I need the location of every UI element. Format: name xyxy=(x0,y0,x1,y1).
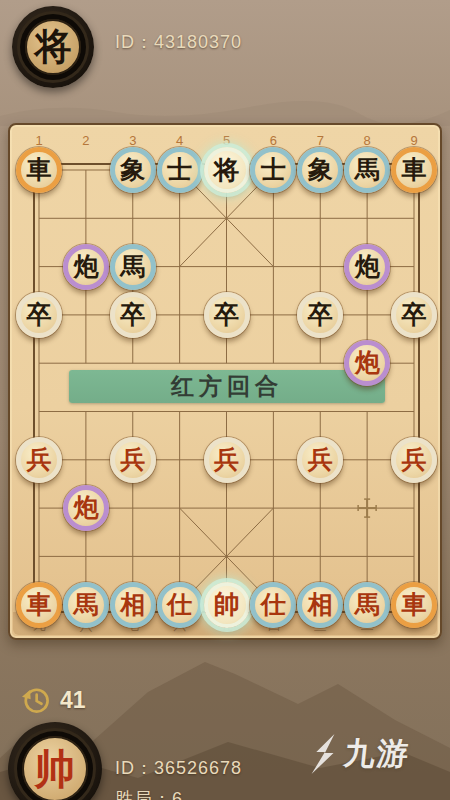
piece-red-advisor[interactable]: 仕 xyxy=(157,582,203,628)
piece-red-pawn[interactable]: 兵 xyxy=(16,437,62,483)
piece-glyph: 相 xyxy=(308,592,333,617)
turn-banner-text: 红方回合 xyxy=(171,371,283,402)
piece-black-rook[interactable]: 車 xyxy=(16,147,62,193)
clock-history-icon xyxy=(20,684,52,716)
piece-glyph: 車 xyxy=(27,157,52,182)
black-avatar-piece-glyph: 将 xyxy=(35,22,72,72)
piece-glyph: 士 xyxy=(261,157,286,182)
app-screen: { "game": "xiangqi (Chinese chess)", "po… xyxy=(0,0,450,800)
timer-value: 41 xyxy=(60,687,86,714)
piece-red-pawn[interactable]: 兵 xyxy=(110,437,156,483)
piece-glyph: 卒 xyxy=(120,302,145,327)
piece-glyph: 馬 xyxy=(120,254,145,279)
piece-glyph: 車 xyxy=(402,592,427,617)
xiangqi-board[interactable]: 123456789 九八七六五四三二一 红方回合 車象士将士象馬車炮馬炮卒卒卒卒… xyxy=(8,123,442,640)
niugame-logo-text: 九游 xyxy=(342,733,412,775)
piece-glyph: 象 xyxy=(120,157,145,182)
piece-glyph: 炮 xyxy=(73,495,98,520)
black-player-avatar: 将 xyxy=(12,6,94,88)
piece-glyph: 馬 xyxy=(355,592,380,617)
piece-glyph: 卒 xyxy=(308,302,333,327)
piece-glyph: 将 xyxy=(214,157,240,183)
black-player-id: ID：43180370 xyxy=(115,30,242,54)
piece-glyph: 馬 xyxy=(73,592,98,617)
piece-black-rook[interactable]: 車 xyxy=(391,147,437,193)
red-player-avatar: 帅 xyxy=(8,722,102,800)
piece-red-cannon[interactable]: 炮 xyxy=(344,340,390,386)
piece-glyph: 馬 xyxy=(355,157,380,182)
turn-banner: 红方回合 xyxy=(69,370,385,403)
piece-glyph: 卒 xyxy=(214,302,239,327)
piece-red-horse[interactable]: 馬 xyxy=(344,582,390,628)
piece-glyph: 兵 xyxy=(120,447,145,472)
niugame-logo-icon xyxy=(308,733,338,775)
piece-black-horse[interactable]: 馬 xyxy=(110,244,156,290)
piece-glyph: 帥 xyxy=(214,591,240,617)
piece-red-pawn[interactable]: 兵 xyxy=(391,437,437,483)
piece-red-rook[interactable]: 車 xyxy=(391,582,437,628)
red-player-id: ID：36526678 xyxy=(115,756,242,780)
piece-black-horse[interactable]: 馬 xyxy=(344,147,390,193)
red-avatar-piece-glyph: 帅 xyxy=(35,742,76,797)
piece-glyph: 炮 xyxy=(355,350,380,375)
piece-glyph: 車 xyxy=(402,157,427,182)
piece-black-pawn[interactable]: 卒 xyxy=(391,292,437,338)
piece-glyph: 卒 xyxy=(402,302,427,327)
move-timer: 41 xyxy=(20,684,86,716)
piece-glyph: 兵 xyxy=(402,447,427,472)
piece-red-pawn[interactable]: 兵 xyxy=(204,437,250,483)
piece-red-advisor[interactable]: 仕 xyxy=(250,582,296,628)
piece-red-elephant[interactable]: 相 xyxy=(110,582,156,628)
piece-black-advisor[interactable]: 士 xyxy=(157,147,203,193)
piece-glyph: 相 xyxy=(120,592,145,617)
piece-red-king[interactable]: 帥 xyxy=(204,582,250,628)
piece-red-cannon[interactable]: 炮 xyxy=(63,485,109,531)
piece-glyph: 士 xyxy=(167,157,192,182)
piece-red-elephant[interactable]: 相 xyxy=(297,582,343,628)
piece-black-king[interactable]: 将 xyxy=(204,147,250,193)
piece-glyph: 兵 xyxy=(214,447,239,472)
piece-glyph: 仕 xyxy=(261,592,286,617)
piece-black-pawn[interactable]: 卒 xyxy=(110,292,156,338)
piece-black-pawn[interactable]: 卒 xyxy=(297,292,343,338)
piece-glyph: 卒 xyxy=(27,302,52,327)
piece-glyph: 炮 xyxy=(355,254,380,279)
red-player-wins: 胜局：6 xyxy=(115,787,183,800)
piece-black-elephant[interactable]: 象 xyxy=(110,147,156,193)
piece-glyph: 兵 xyxy=(27,447,52,472)
piece-red-horse[interactable]: 馬 xyxy=(63,582,109,628)
piece-black-cannon[interactable]: 炮 xyxy=(63,244,109,290)
piece-glyph: 炮 xyxy=(73,254,98,279)
piece-glyph: 仕 xyxy=(167,592,192,617)
piece-black-cannon[interactable]: 炮 xyxy=(344,244,390,290)
piece-black-elephant[interactable]: 象 xyxy=(297,147,343,193)
piece-black-pawn[interactable]: 卒 xyxy=(204,292,250,338)
piece-glyph: 車 xyxy=(27,592,52,617)
piece-red-pawn[interactable]: 兵 xyxy=(297,437,343,483)
piece-glyph: 兵 xyxy=(308,447,333,472)
piece-red-rook[interactable]: 車 xyxy=(16,582,62,628)
niugame-logo: 九游 xyxy=(308,733,410,775)
piece-glyph: 象 xyxy=(308,157,333,182)
piece-black-pawn[interactable]: 卒 xyxy=(16,292,62,338)
